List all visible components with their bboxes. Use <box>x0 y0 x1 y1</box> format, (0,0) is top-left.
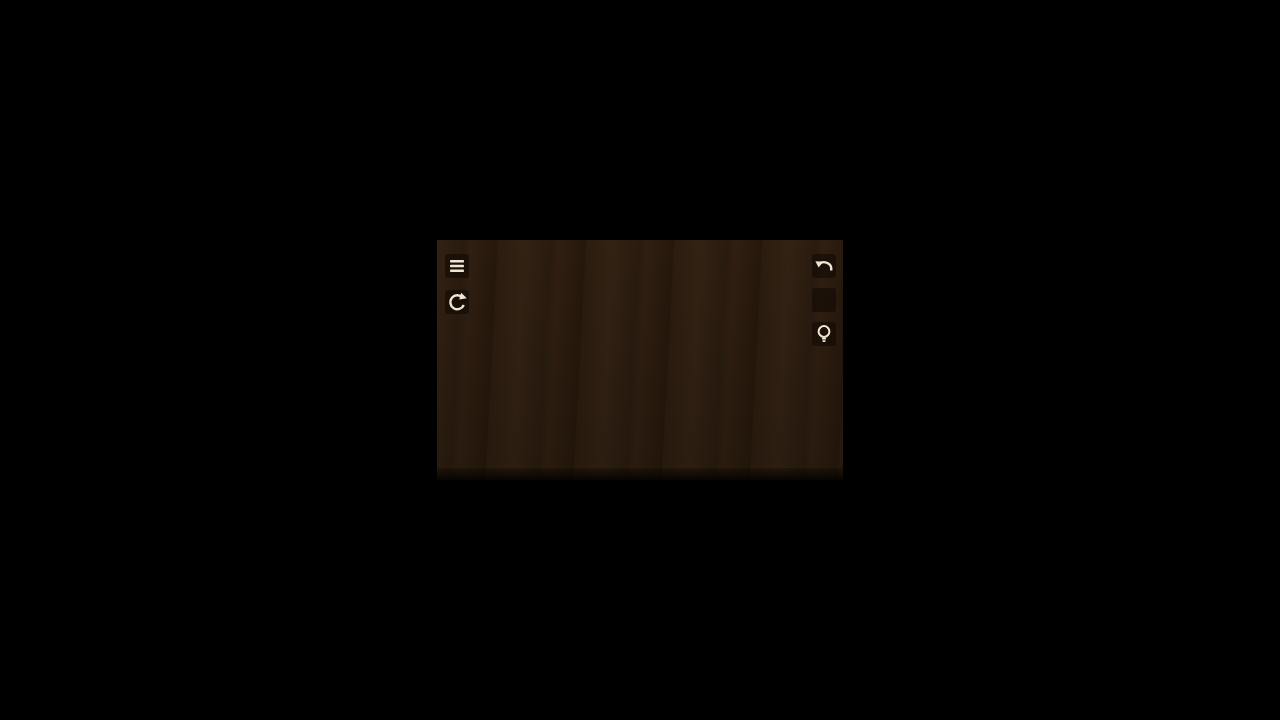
rotate-board-button[interactable] <box>445 290 469 314</box>
undo-move-button[interactable] <box>812 254 836 278</box>
lightbulb-icon <box>812 322 836 346</box>
circular-arrow-icon <box>445 290 469 314</box>
foreground-holder <box>437 240 843 480</box>
chess-board[interactable] <box>437 240 843 480</box>
undo-arrow-icon <box>812 254 836 278</box>
chess-app-panel <box>437 240 843 480</box>
hamburger-icon <box>445 254 469 278</box>
letterbox-bottom <box>437 480 843 720</box>
hint-button[interactable] <box>812 322 836 346</box>
screenshot-canvas <box>0 0 1280 720</box>
letterbox-top <box>437 0 843 240</box>
single-player-button[interactable] <box>812 288 836 312</box>
menu-button[interactable] <box>445 254 469 278</box>
status-bar <box>437 468 843 480</box>
